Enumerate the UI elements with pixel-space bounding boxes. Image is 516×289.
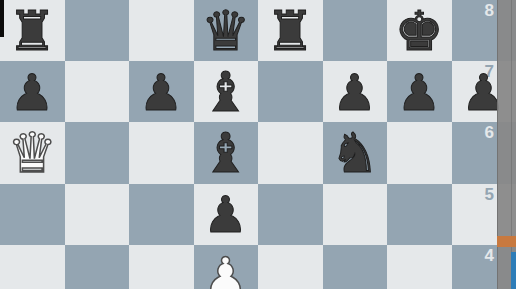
black-rook-a8[interactable]: ♜ [8, 4, 57, 59]
square-a6[interactable]: ♛ [0, 122, 65, 183]
square-f5[interactable] [323, 184, 388, 245]
chess-board: ♜♛♜♚8♟♟♝♟♟7♟♛♝♞6♟5♟4 [0, 0, 516, 289]
black-bishop-d7[interactable]: ♝ [201, 65, 250, 120]
black-pawn-d5[interactable]: ♟ [203, 190, 248, 240]
square-g5[interactable] [387, 184, 452, 245]
square-c4[interactable] [129, 245, 194, 289]
square-d7[interactable]: ♝ [194, 61, 259, 122]
square-c8[interactable] [129, 0, 194, 61]
rank-coordinate-5: 5 [485, 186, 494, 203]
square-f7[interactable]: ♟ [323, 61, 388, 122]
square-a5[interactable] [0, 184, 65, 245]
square-b4[interactable] [65, 245, 130, 289]
square-g8[interactable]: ♚ [387, 0, 452, 61]
square-g4[interactable] [387, 245, 452, 289]
square-c7[interactable]: ♟ [129, 61, 194, 122]
square-d6[interactable]: ♝ [194, 122, 259, 183]
rank-coordinate-8: 8 [485, 2, 494, 19]
square-d5[interactable]: ♟ [194, 184, 259, 245]
black-king-g8[interactable]: ♚ [395, 4, 444, 59]
black-queen-d8[interactable]: ♛ [201, 4, 250, 59]
square-e6[interactable] [258, 122, 323, 183]
square-a4[interactable] [0, 245, 65, 289]
square-d4[interactable]: ♟ [194, 245, 259, 289]
square-e4[interactable] [258, 245, 323, 289]
black-pawn-f7[interactable]: ♟ [332, 68, 377, 118]
top-left-edge-sliver [0, 0, 4, 37]
square-g6[interactable] [387, 122, 452, 183]
square-e8[interactable]: ♜ [258, 0, 323, 61]
square-f8[interactable] [323, 0, 388, 61]
square-g7[interactable]: ♟ [387, 61, 452, 122]
square-f6[interactable]: ♞ [323, 122, 388, 183]
black-rook-e8[interactable]: ♜ [266, 4, 315, 59]
black-pawn-c7[interactable]: ♟ [139, 68, 184, 118]
white-queen-a6[interactable]: ♛ [8, 126, 57, 181]
black-pawn-a7[interactable]: ♟ [10, 68, 55, 118]
rank-coordinate-4: 4 [485, 247, 494, 264]
rank-coordinate-6: 6 [485, 124, 494, 141]
white-pawn-d4[interactable]: ♟ [203, 251, 248, 289]
square-a7[interactable]: ♟ [0, 61, 65, 122]
square-c6[interactable] [129, 122, 194, 183]
square-c5[interactable] [129, 184, 194, 245]
square-b5[interactable] [65, 184, 130, 245]
black-pawn-g7[interactable]: ♟ [397, 68, 442, 118]
scroll-position-marker [497, 236, 516, 247]
square-f4[interactable] [323, 245, 388, 289]
square-b6[interactable] [65, 122, 130, 183]
square-a8[interactable]: ♜ [0, 0, 65, 61]
square-e7[interactable] [258, 61, 323, 122]
square-b8[interactable] [65, 0, 130, 61]
chess-app-screenshot: ♜♛♜♚8♟♟♝♟♟7♟♛♝♞6♟5♟4 [0, 0, 516, 289]
square-d8[interactable]: ♛ [194, 0, 259, 61]
square-b7[interactable] [65, 61, 130, 122]
square-e5[interactable] [258, 184, 323, 245]
corner-accent-bar [511, 252, 516, 289]
black-bishop-d6[interactable]: ♝ [201, 126, 250, 181]
black-knight-f6[interactable]: ♞ [330, 126, 379, 181]
